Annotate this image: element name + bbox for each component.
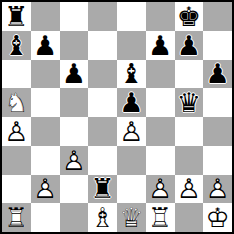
square-c7[interactable] <box>60 31 89 60</box>
square-g6[interactable] <box>175 60 204 89</box>
square-h1[interactable]: ♚♔ <box>203 203 232 232</box>
white-bishop-icon: ♝♗ <box>88 203 117 232</box>
square-c4[interactable] <box>60 117 89 146</box>
square-f2[interactable]: ♟♙ <box>146 175 175 204</box>
black-rook-icon: ♜ <box>2 2 31 31</box>
square-b7[interactable]: ♟ <box>31 31 60 60</box>
square-e8[interactable] <box>117 2 146 31</box>
square-a3[interactable] <box>2 146 31 175</box>
white-rook-icon: ♜♖ <box>2 203 31 232</box>
chess-board-frame: ♜♚♝♟♟♟♟♝♟♞♘♟♛♟♙♟♙♟♙♟♙♜♟♙♟♙♟♙♜♖♝♗♛♕♜♖♚♔ <box>0 0 234 234</box>
square-b8[interactable] <box>31 2 60 31</box>
white-pawn-icon: ♟♙ <box>31 175 60 204</box>
square-e5[interactable]: ♟ <box>117 88 146 117</box>
square-a1[interactable]: ♜♖ <box>2 203 31 232</box>
square-e4[interactable]: ♟♙ <box>117 117 146 146</box>
square-b3[interactable] <box>31 146 60 175</box>
square-d1[interactable]: ♝♗ <box>88 203 117 232</box>
square-d7[interactable] <box>88 31 117 60</box>
square-g8[interactable]: ♚ <box>175 2 204 31</box>
black-pawn-icon: ♟ <box>146 31 175 60</box>
black-queen-icon: ♛ <box>175 88 204 117</box>
black-bishop-icon: ♝ <box>117 60 146 89</box>
square-e2[interactable] <box>117 175 146 204</box>
square-f7[interactable]: ♟ <box>146 31 175 60</box>
square-f4[interactable] <box>146 117 175 146</box>
white-pawn-icon: ♟♙ <box>175 175 204 204</box>
white-pawn-icon: ♟♙ <box>60 146 89 175</box>
square-g5[interactable]: ♛ <box>175 88 204 117</box>
square-a8[interactable]: ♜ <box>2 2 31 31</box>
white-knight-icon: ♞♘ <box>2 88 31 117</box>
black-king-icon: ♚ <box>175 2 204 31</box>
square-h8[interactable] <box>203 2 232 31</box>
square-g4[interactable] <box>175 117 204 146</box>
square-c1[interactable] <box>60 203 89 232</box>
square-f8[interactable] <box>146 2 175 31</box>
black-rook-icon: ♜ <box>88 175 117 204</box>
square-a4[interactable]: ♟♙ <box>2 117 31 146</box>
square-h4[interactable] <box>203 117 232 146</box>
square-d4[interactable] <box>88 117 117 146</box>
white-pawn-icon: ♟♙ <box>146 175 175 204</box>
square-g3[interactable] <box>175 146 204 175</box>
square-d2[interactable]: ♜ <box>88 175 117 204</box>
black-pawn-icon: ♟ <box>203 60 232 89</box>
square-f6[interactable] <box>146 60 175 89</box>
square-c3[interactable]: ♟♙ <box>60 146 89 175</box>
white-pawn-icon: ♟♙ <box>2 117 31 146</box>
square-a5[interactable]: ♞♘ <box>2 88 31 117</box>
white-pawn-icon: ♟♙ <box>117 117 146 146</box>
white-pawn-icon: ♟♙ <box>203 175 232 204</box>
black-pawn-icon: ♟ <box>117 88 146 117</box>
square-e7[interactable] <box>117 31 146 60</box>
square-h6[interactable]: ♟ <box>203 60 232 89</box>
square-g2[interactable]: ♟♙ <box>175 175 204 204</box>
square-b2[interactable]: ♟♙ <box>31 175 60 204</box>
square-e6[interactable]: ♝ <box>117 60 146 89</box>
square-c8[interactable] <box>60 2 89 31</box>
square-e1[interactable]: ♛♕ <box>117 203 146 232</box>
black-bishop-icon: ♝ <box>2 31 31 60</box>
square-h5[interactable] <box>203 88 232 117</box>
square-c2[interactable] <box>60 175 89 204</box>
square-d8[interactable] <box>88 2 117 31</box>
square-a2[interactable] <box>2 175 31 204</box>
square-g1[interactable] <box>175 203 204 232</box>
square-h2[interactable]: ♟♙ <box>203 175 232 204</box>
black-pawn-icon: ♟ <box>60 60 89 89</box>
square-b4[interactable] <box>31 117 60 146</box>
square-b5[interactable] <box>31 88 60 117</box>
chess-board: ♜♚♝♟♟♟♟♝♟♞♘♟♛♟♙♟♙♟♙♟♙♜♟♙♟♙♟♙♜♖♝♗♛♕♜♖♚♔ <box>2 2 232 232</box>
square-d3[interactable] <box>88 146 117 175</box>
white-queen-icon: ♛♕ <box>117 203 146 232</box>
black-pawn-icon: ♟ <box>31 31 60 60</box>
black-pawn-icon: ♟ <box>175 31 204 60</box>
white-rook-icon: ♜♖ <box>146 203 175 232</box>
square-f1[interactable]: ♜♖ <box>146 203 175 232</box>
square-f3[interactable] <box>146 146 175 175</box>
square-a7[interactable]: ♝ <box>2 31 31 60</box>
square-e3[interactable] <box>117 146 146 175</box>
square-c5[interactable] <box>60 88 89 117</box>
square-h3[interactable] <box>203 146 232 175</box>
square-c6[interactable]: ♟ <box>60 60 89 89</box>
square-d6[interactable] <box>88 60 117 89</box>
square-h7[interactable] <box>203 31 232 60</box>
white-king-icon: ♚♔ <box>203 203 232 232</box>
square-f5[interactable] <box>146 88 175 117</box>
square-d5[interactable] <box>88 88 117 117</box>
square-a6[interactable] <box>2 60 31 89</box>
square-b1[interactable] <box>31 203 60 232</box>
square-b6[interactable] <box>31 60 60 89</box>
square-g7[interactable]: ♟ <box>175 31 204 60</box>
